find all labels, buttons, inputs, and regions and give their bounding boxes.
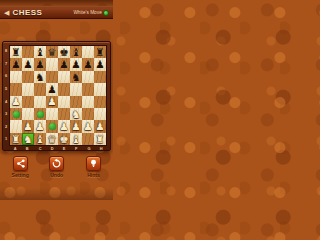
piece-black-king: ♚ xyxy=(59,47,68,58)
file-label: D xyxy=(48,147,56,150)
file-labels: ABCDEFGH xyxy=(9,146,107,151)
square-e2[interactable]: ♟ xyxy=(58,120,70,132)
square-a5[interactable] xyxy=(10,83,22,95)
rank-label: 2 xyxy=(4,123,8,131)
square-h8[interactable]: ♜ xyxy=(94,46,106,58)
turn-status-label: White's Move xyxy=(74,10,102,15)
square-e8[interactable]: ♚ xyxy=(58,46,70,58)
piece-white-pawn: ♟ xyxy=(71,121,80,132)
square-d7[interactable] xyxy=(46,58,58,70)
square-d5[interactable]: ♟ xyxy=(46,83,58,95)
square-e5[interactable] xyxy=(58,83,70,95)
file-label: C xyxy=(36,147,44,150)
piece-black-pawn: ♟ xyxy=(83,59,92,70)
square-f5[interactable] xyxy=(70,83,82,95)
piece-black-bishop: ♝ xyxy=(71,47,80,58)
rank-label: 7 xyxy=(4,60,8,68)
piece-black-rook: ♜ xyxy=(11,47,20,58)
square-c8[interactable]: ♝ xyxy=(34,46,46,58)
piece-white-pawn: ♟ xyxy=(47,96,56,107)
piece-white-pawn: ♟ xyxy=(11,96,20,107)
piece-black-pawn: ♟ xyxy=(23,59,32,70)
square-h2[interactable]: ♟ xyxy=(94,120,106,132)
hints-label: Hints xyxy=(87,172,100,177)
square-f6[interactable]: ♞ xyxy=(70,71,82,83)
square-g4[interactable] xyxy=(82,96,94,108)
square-g7[interactable]: ♟ xyxy=(82,58,94,70)
piece-white-queen: ♛ xyxy=(47,134,56,145)
piece-white-knight: ♞ xyxy=(71,109,80,120)
file-label: A xyxy=(11,147,19,150)
square-c5[interactable] xyxy=(34,83,46,95)
piece-black-pawn: ♟ xyxy=(95,59,104,70)
square-g8[interactable] xyxy=(82,46,94,58)
piece-black-bishop: ♝ xyxy=(35,47,44,58)
square-g2[interactable]: ♟ xyxy=(82,120,94,132)
square-b4[interactable] xyxy=(22,96,34,108)
file-label: B xyxy=(23,147,31,150)
square-a2[interactable] xyxy=(10,120,22,132)
square-c1[interactable]: ♝ xyxy=(34,133,46,145)
square-f8[interactable]: ♝ xyxy=(70,46,82,58)
square-d3[interactable] xyxy=(46,108,58,120)
piece-black-pawn: ♟ xyxy=(71,59,80,70)
square-c2[interactable]: ♟ xyxy=(34,120,46,132)
square-g1[interactable] xyxy=(82,133,94,145)
piece-black-pawn: ♟ xyxy=(35,59,44,70)
square-h6[interactable] xyxy=(94,71,106,83)
square-b1[interactable]: ♞ xyxy=(22,133,34,145)
square-b3[interactable] xyxy=(22,108,34,120)
square-d6[interactable] xyxy=(46,71,58,83)
square-f1[interactable]: ♝ xyxy=(70,133,82,145)
square-c3[interactable] xyxy=(34,108,46,120)
piece-black-knight: ♞ xyxy=(71,72,80,83)
piece-black-rook: ♜ xyxy=(95,47,104,58)
piece-black-pawn: ♟ xyxy=(59,59,68,70)
square-a6[interactable] xyxy=(10,71,22,83)
rank-label: 4 xyxy=(4,98,8,106)
square-a1[interactable]: ♜ xyxy=(10,133,22,145)
header-bar: ◀ CHESS White's Move xyxy=(0,6,113,19)
piece-black-queen: ♛ xyxy=(47,47,56,58)
piece-white-pawn: ♟ xyxy=(95,121,104,132)
square-d4[interactable]: ♟ xyxy=(46,96,58,108)
square-f7[interactable]: ♟ xyxy=(70,58,82,70)
app-title: CHESS xyxy=(12,8,42,17)
turn-status: White's Move xyxy=(60,9,109,16)
piece-white-pawn: ♟ xyxy=(59,121,68,132)
square-b2[interactable]: ♟ xyxy=(22,120,34,132)
square-g5[interactable] xyxy=(82,83,94,95)
piece-black-knight: ♞ xyxy=(35,72,44,83)
square-h4[interactable] xyxy=(94,96,106,108)
piece-black-pawn: ♟ xyxy=(11,59,20,70)
square-c7[interactable]: ♟ xyxy=(34,58,46,70)
file-label: F xyxy=(72,147,80,150)
turn-status-dot xyxy=(103,10,109,16)
square-h3[interactable] xyxy=(94,108,106,120)
square-a7[interactable]: ♟ xyxy=(10,58,22,70)
square-d8[interactable]: ♛ xyxy=(46,46,58,58)
square-e1[interactable]: ♚ xyxy=(58,133,70,145)
file-label: G xyxy=(85,147,93,150)
square-f4[interactable] xyxy=(70,96,82,108)
bulb-icon xyxy=(86,156,101,171)
square-e7[interactable]: ♟ xyxy=(58,58,70,70)
hints-button[interactable]: Hints xyxy=(76,156,110,178)
file-label: E xyxy=(60,147,68,150)
square-h5[interactable] xyxy=(94,83,106,95)
piece-white-pawn: ♟ xyxy=(83,121,92,132)
square-c6[interactable]: ♞ xyxy=(34,71,46,83)
piece-white-bishop: ♝ xyxy=(35,134,44,145)
undo-label: Undo xyxy=(50,172,63,177)
piece-white-king: ♚ xyxy=(59,134,68,145)
piece-white-knight: ♞ xyxy=(23,134,32,145)
piece-white-bishop: ♝ xyxy=(71,134,80,145)
chess-board: 87654321 ♜♝♛♚♝♜♟♟♟♟♟♟♟♞♞♟♟♟♞♟♟♟♟♟♟♜♞♝♛♚♝… xyxy=(2,41,111,151)
rank-label: 8 xyxy=(4,47,8,55)
square-g6[interactable] xyxy=(82,71,94,83)
file-label: H xyxy=(97,147,105,150)
board-grid: ♜♝♛♚♝♜♟♟♟♟♟♟♟♞♞♟♟♟♞♟♟♟♟♟♟♜♞♝♛♚♝♜ xyxy=(9,45,107,146)
square-f3[interactable]: ♞ xyxy=(70,108,82,120)
square-b7[interactable]: ♟ xyxy=(22,58,34,70)
square-a3[interactable] xyxy=(10,108,22,120)
square-b6[interactable] xyxy=(22,71,34,83)
piece-black-pawn: ♟ xyxy=(47,84,56,95)
square-g3[interactable] xyxy=(82,108,94,120)
square-h1[interactable]: ♜ xyxy=(94,133,106,145)
square-d2[interactable] xyxy=(46,120,58,132)
rank-label: 1 xyxy=(4,136,8,144)
setting-button[interactable]: Setting xyxy=(3,156,37,178)
square-b5[interactable] xyxy=(22,83,34,95)
square-d1[interactable]: ♛ xyxy=(46,133,58,145)
undo-icon xyxy=(49,156,64,171)
square-e6[interactable] xyxy=(58,71,70,83)
back-button[interactable]: ◀ xyxy=(4,9,9,16)
square-h7[interactable]: ♟ xyxy=(94,58,106,70)
square-e4[interactable] xyxy=(58,96,70,108)
rank-label: 6 xyxy=(4,72,8,80)
undo-button[interactable]: Undo xyxy=(40,156,74,178)
square-c4[interactable] xyxy=(34,96,46,108)
piece-white-rook: ♜ xyxy=(95,134,104,145)
setting-label: Setting xyxy=(11,172,28,177)
share-icon xyxy=(13,156,28,171)
square-b8[interactable] xyxy=(22,46,34,58)
rank-label: 5 xyxy=(4,85,8,93)
square-a4[interactable]: ♟ xyxy=(10,96,22,108)
piece-white-pawn: ♟ xyxy=(35,121,44,132)
bottom-toolbar: Setting Undo Hints xyxy=(0,156,113,178)
square-a8[interactable]: ♜ xyxy=(10,46,22,58)
square-e3[interactable] xyxy=(58,108,70,120)
rank-label: 3 xyxy=(4,110,8,118)
piece-white-rook: ♜ xyxy=(11,134,20,145)
piece-white-pawn: ♟ xyxy=(23,121,32,132)
square-f2[interactable]: ♟ xyxy=(70,120,82,132)
